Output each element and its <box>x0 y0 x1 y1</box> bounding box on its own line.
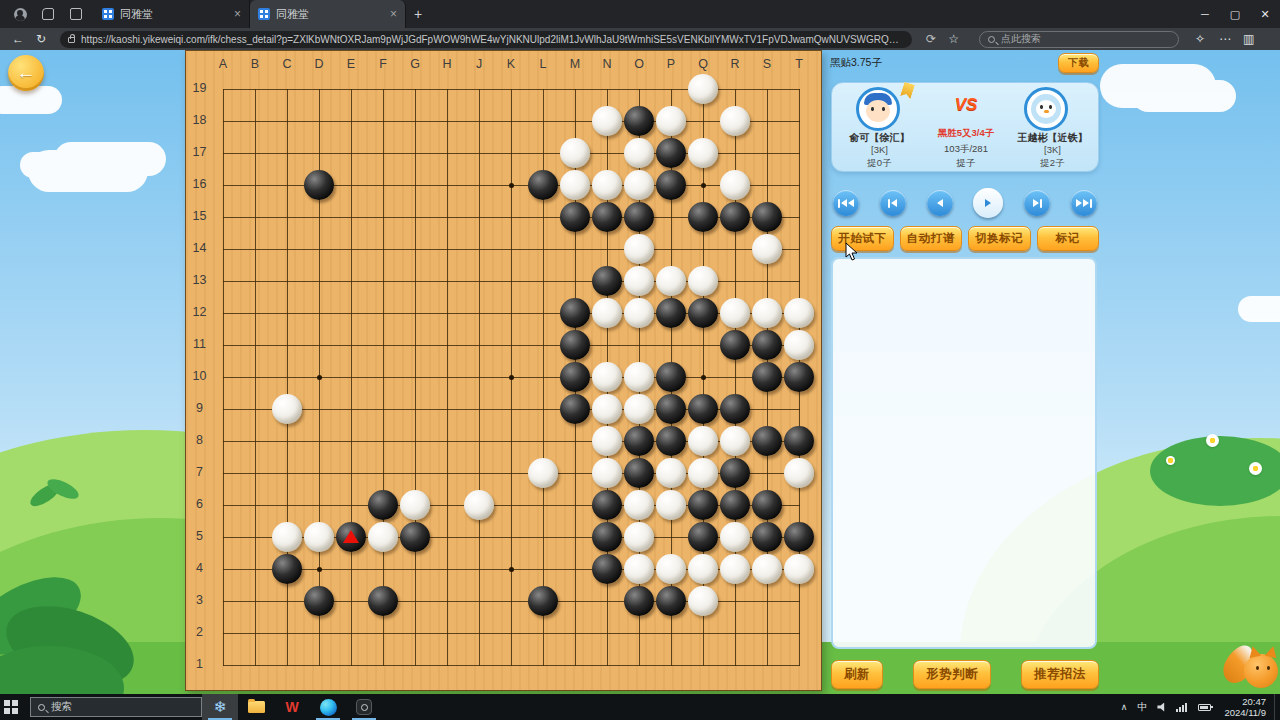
black-stone <box>720 394 750 424</box>
white-stone <box>624 490 654 520</box>
bottom-buttons: 刷新形势判断推荐招法 <box>831 660 1099 689</box>
column-label: N <box>597 57 617 71</box>
black-stone <box>656 298 686 328</box>
column-label: K <box>501 57 521 71</box>
tab-strip: 同雅堂×同雅堂× + ─ ▢ ✕ <box>0 0 1280 28</box>
white-stone <box>720 554 750 584</box>
black-stone <box>560 330 590 360</box>
white-stone <box>784 458 814 488</box>
refresh-button[interactable]: 刷新 <box>831 660 883 689</box>
white-stone <box>784 330 814 360</box>
minimize-button[interactable]: ─ <box>1190 0 1220 28</box>
black-stone <box>784 362 814 392</box>
black-stone <box>688 202 718 232</box>
tab-close-icon[interactable]: × <box>234 7 241 21</box>
row-label: 4 <box>186 561 213 575</box>
column-label: O <box>629 57 649 71</box>
sync-icon[interactable]: ⟳ <box>926 33 936 45</box>
row-label: 17 <box>186 145 213 159</box>
white-stone <box>784 554 814 584</box>
black-stone <box>624 106 654 136</box>
white-stone <box>592 170 622 200</box>
black-stone <box>784 426 814 456</box>
tab-1[interactable]: 同雅堂× <box>94 0 250 28</box>
black-stone <box>368 490 398 520</box>
toggle-marks-button[interactable]: 切换标记 <box>968 226 1031 251</box>
black-stone <box>656 394 686 424</box>
black-stone <box>272 554 302 584</box>
tab-title: 同雅堂 <box>120 7 228 22</box>
row-label: 11 <box>186 337 213 351</box>
white-stone <box>624 362 654 392</box>
start-button[interactable] <box>0 694 30 720</box>
cloud <box>28 150 148 192</box>
grid-line <box>223 665 800 666</box>
taskbar-search-placeholder: 搜索 <box>51 700 72 714</box>
black-stone <box>304 170 334 200</box>
white-stone <box>688 458 718 488</box>
star-point <box>701 183 706 188</box>
black-stone <box>624 458 654 488</box>
white-stone <box>624 266 654 296</box>
back-icon[interactable]: ← <box>12 33 24 45</box>
column-label: P <box>661 57 681 71</box>
tab-actions-icon[interactable] <box>68 6 84 22</box>
right-player-name: 王越彬【近铁】 <box>1005 131 1100 145</box>
star-point <box>317 375 322 380</box>
suggest-moves-button[interactable]: 推荐招法 <box>1021 660 1099 689</box>
column-label: G <box>405 57 425 71</box>
row-label: 7 <box>186 465 213 479</box>
close-button[interactable]: ✕ <box>1250 0 1280 28</box>
clock[interactable]: 20:47 2024/11/9 <box>1224 696 1266 718</box>
black-stone <box>720 458 750 488</box>
white-stone <box>592 458 622 488</box>
edge-icon[interactable] <box>310 694 346 720</box>
action-buttons: 开始试下自动打谱切换标记标记 <box>831 226 1099 251</box>
white-stone <box>560 138 590 168</box>
white-stone <box>720 426 750 456</box>
clock-time: 20:47 <box>1224 696 1266 707</box>
browser-toolbar: ← ↻ https://kaoshi.yikeweiqi.com/ifk/che… <box>0 28 1280 50</box>
browser-window: 同雅堂×同雅堂× + ─ ▢ ✕ ← ↻ https://kaoshi.yike… <box>0 0 1280 720</box>
white-stone <box>592 362 622 392</box>
black-stone <box>656 362 686 392</box>
column-label: T <box>789 57 809 71</box>
tray-expand-icon[interactable]: ∧ <box>1121 702 1128 712</box>
nav-forward-button[interactable] <box>973 188 1003 218</box>
tab-favicon <box>258 8 270 20</box>
white-stone <box>272 394 302 424</box>
white-stone <box>720 522 750 552</box>
white-stone <box>720 298 750 328</box>
white-stone <box>752 554 782 584</box>
white-stone <box>656 106 686 136</box>
sidebar-icon[interactable]: ▥ <box>1243 33 1254 45</box>
black-stone <box>624 586 654 616</box>
nav-back-button[interactable] <box>927 190 953 216</box>
position-judgment-button[interactable]: 形势判断 <box>913 660 991 689</box>
system-tray: ∧ 中 20:47 2024/11/9 <box>1116 694 1280 720</box>
row-label: 14 <box>186 241 213 255</box>
white-stone <box>656 266 686 296</box>
white-stone <box>688 74 718 104</box>
cloud <box>1238 296 1280 322</box>
page-content: ← ABCDEFGHJKLMNOPQRST1918171615141312111… <box>0 50 1280 694</box>
more-menu-icon[interactable]: ⋯ <box>1219 33 1231 45</box>
left-player-name: 俞可【徐汇】 <box>832 131 927 145</box>
speaker-icon[interactable] <box>1157 703 1166 712</box>
nav-to-start-button[interactable] <box>833 190 859 216</box>
black-stone <box>528 170 558 200</box>
row-label: 6 <box>186 497 213 511</box>
white-stone <box>752 234 782 264</box>
back-arrow-button[interactable]: ← <box>8 55 44 91</box>
row-label: 13 <box>186 273 213 287</box>
favorite-star-icon[interactable]: ☆ <box>948 33 959 45</box>
lock-icon <box>68 37 75 43</box>
refresh-icon[interactable]: ↻ <box>36 33 46 45</box>
star-point <box>317 567 322 572</box>
right-player-rank: [3K] <box>1005 144 1100 155</box>
white-stone <box>752 298 782 328</box>
column-label: S <box>757 57 777 71</box>
black-stone <box>592 522 622 552</box>
star-point <box>509 183 514 188</box>
vs-label: VS <box>927 95 1005 115</box>
comment-panel[interactable] <box>831 257 1097 649</box>
white-stone <box>688 266 718 296</box>
white-stone <box>720 106 750 136</box>
recorder-app-icon[interactable] <box>346 694 382 720</box>
black-stone <box>752 330 782 360</box>
ime-indicator[interactable]: 中 <box>1137 700 1147 714</box>
black-stone <box>720 330 750 360</box>
row-label: 15 <box>186 209 213 223</box>
network-icon[interactable] <box>1176 703 1188 712</box>
column-label: C <box>277 57 297 71</box>
column-label: R <box>725 57 745 71</box>
tab-title: 同雅堂 <box>276 7 384 22</box>
black-stone <box>784 522 814 552</box>
white-stone <box>624 522 654 552</box>
maximize-button[interactable]: ▢ <box>1220 0 1250 28</box>
black-stone <box>752 202 782 232</box>
flower <box>1206 434 1219 447</box>
show-desktop-nub[interactable] <box>1274 694 1280 720</box>
url-text: https://kaoshi.yikeweiqi.com/ifk/chess_d… <box>81 34 904 45</box>
black-stone <box>752 426 782 456</box>
search-icon <box>38 704 45 711</box>
white-stone <box>368 522 398 552</box>
right-player-captures: 提2子 <box>1005 157 1100 170</box>
white-stone <box>656 554 686 584</box>
last-move-triangle-marker <box>343 530 359 543</box>
column-label: D <box>309 57 329 71</box>
black-stone <box>592 554 622 584</box>
black-stone <box>560 202 590 232</box>
row-label: 10 <box>186 369 213 383</box>
white-stone <box>528 458 558 488</box>
result-label: 黑胜5又3/4子 <box>923 127 1009 140</box>
row-label: 16 <box>186 177 213 191</box>
white-stone <box>656 490 686 520</box>
row-label: 2 <box>186 625 213 639</box>
weather-app-icon[interactable]: ❄ <box>202 694 238 720</box>
quick-search-box[interactable]: 点此搜索 <box>979 31 1179 48</box>
white-stone <box>592 426 622 456</box>
battery-icon[interactable] <box>1198 704 1211 711</box>
start-trial-button[interactable]: 开始试下 <box>831 226 894 251</box>
row-label: 5 <box>186 529 213 543</box>
white-stone <box>624 394 654 424</box>
row-label: 19 <box>186 81 213 95</box>
flower <box>1166 456 1175 465</box>
search-placeholder: 点此搜索 <box>1001 32 1041 46</box>
white-stone <box>624 234 654 264</box>
taskbar: 搜索 ❄ W ∧ 中 20:47 2024/11/9 <box>0 694 1280 720</box>
nav-to-end-button[interactable] <box>1071 190 1097 216</box>
white-stone <box>592 394 622 424</box>
goban[interactable]: ABCDEFGHJKLMNOPQRST191817161514131211109… <box>185 50 822 691</box>
white-stone <box>688 586 718 616</box>
black-stone <box>752 362 782 392</box>
tab-strip-tabs: 同雅堂×同雅堂× <box>94 0 406 28</box>
black-stone <box>592 202 622 232</box>
new-tab-button[interactable]: + <box>414 6 422 22</box>
row-label: 3 <box>186 593 213 607</box>
nav-forward-bar-button[interactable] <box>1024 190 1050 216</box>
nav-buttons <box>831 185 1099 221</box>
white-stone <box>688 138 718 168</box>
nav-back-bar-button[interactable] <box>880 190 906 216</box>
white-stone <box>688 554 718 584</box>
white-stone <box>784 298 814 328</box>
white-stone <box>592 106 622 136</box>
column-label: E <box>341 57 361 71</box>
star-point <box>509 567 514 572</box>
black-stone <box>560 298 590 328</box>
row-label: 9 <box>186 401 213 415</box>
black-stone <box>688 394 718 424</box>
cloud <box>1100 64 1216 108</box>
black-stone <box>592 266 622 296</box>
captures-label: 提子 <box>927 157 1005 170</box>
black-stone <box>752 490 782 520</box>
star-point <box>509 375 514 380</box>
black-stone <box>560 394 590 424</box>
white-stone <box>464 490 494 520</box>
winner-ribbon-icon <box>900 82 915 100</box>
black-stone <box>688 298 718 328</box>
right-player-avatar[interactable] <box>1024 87 1068 131</box>
black-stone <box>304 586 334 616</box>
white-stone <box>304 522 334 552</box>
move-counter: 103手/281 <box>927 143 1005 156</box>
black-stone <box>400 522 430 552</box>
white-stone <box>624 298 654 328</box>
grid-line <box>223 633 800 634</box>
black-stone <box>592 490 622 520</box>
column-label: J <box>469 57 489 71</box>
black-stone <box>560 362 590 392</box>
wps-icon[interactable]: W <box>274 694 310 720</box>
black-stone <box>688 490 718 520</box>
star-point <box>701 375 706 380</box>
column-label: Q <box>693 57 713 71</box>
white-stone <box>624 554 654 584</box>
white-stone <box>272 522 302 552</box>
column-label: B <box>245 57 265 71</box>
left-player-rank: [3K] <box>832 144 927 155</box>
column-label: L <box>533 57 553 71</box>
white-stone <box>624 138 654 168</box>
white-stone <box>720 170 750 200</box>
tab-close-icon[interactable]: × <box>390 7 397 21</box>
black-stone <box>528 586 558 616</box>
black-stone <box>720 202 750 232</box>
mouse-cursor <box>845 242 859 262</box>
address-bar[interactable]: https://kaoshi.yikeweiqi.com/ifk/chess_d… <box>60 31 912 48</box>
black-stone <box>656 170 686 200</box>
row-label: 1 <box>186 657 213 671</box>
column-label: A <box>213 57 233 71</box>
black-stone <box>624 202 654 232</box>
mascot-fox-icon[interactable] <box>1226 638 1280 692</box>
white-stone <box>624 170 654 200</box>
workspaces-icon[interactable] <box>40 6 56 22</box>
column-label: H <box>437 57 457 71</box>
player-card: 俞可【徐汇】 [3K] 提0子 王越彬【近铁】 [3K] 提2子 VS 黑胜5又… <box>831 82 1099 172</box>
black-stone <box>656 138 686 168</box>
row-label: 12 <box>186 305 213 319</box>
search-icon <box>988 36 995 43</box>
row-label: 8 <box>186 433 213 447</box>
tab-2[interactable]: 同雅堂× <box>250 0 406 28</box>
black-stone <box>752 522 782 552</box>
white-stone <box>560 170 590 200</box>
black-stone <box>624 426 654 456</box>
download-button[interactable]: 下载 <box>1058 53 1099 73</box>
black-stone <box>336 522 366 552</box>
komi-label: 黑贴3.75子 <box>830 56 882 70</box>
black-stone <box>688 522 718 552</box>
column-label: M <box>565 57 585 71</box>
white-stone <box>592 298 622 328</box>
taskbar-search-box[interactable]: 搜索 <box>30 697 202 717</box>
collections-icon[interactable]: ✧ <box>1195 33 1205 45</box>
auto-replay-button[interactable]: 自动打谱 <box>900 226 963 251</box>
flower <box>1249 462 1262 475</box>
clock-date: 2024/11/9 <box>1224 707 1266 718</box>
white-stone <box>400 490 430 520</box>
white-stone <box>656 458 686 488</box>
black-stone <box>720 490 750 520</box>
black-stone <box>656 586 686 616</box>
left-player-avatar[interactable] <box>856 87 900 131</box>
column-label: F <box>373 57 393 71</box>
left-player-captures: 提0子 <box>832 157 927 170</box>
profile-icon[interactable] <box>12 6 28 22</box>
file-explorer-icon[interactable] <box>238 694 274 720</box>
black-stone <box>368 586 398 616</box>
row-label: 18 <box>186 113 213 127</box>
white-stone <box>688 426 718 456</box>
mark-button[interactable]: 标记 <box>1037 226 1100 251</box>
tab-favicon <box>102 8 114 20</box>
black-stone <box>656 426 686 456</box>
